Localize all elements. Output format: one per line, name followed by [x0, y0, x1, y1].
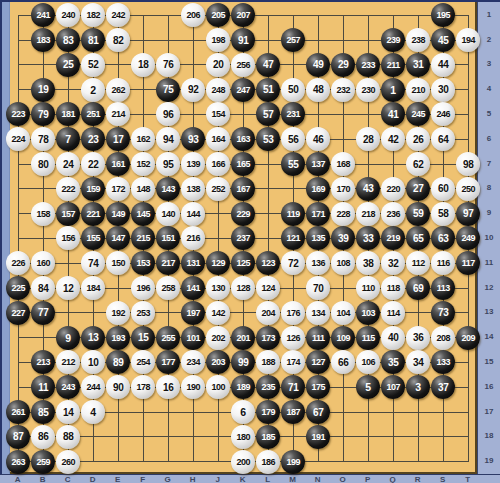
white-stone-18: 18: [131, 53, 155, 77]
move-number: 127: [312, 357, 325, 367]
black-stone-131: 131: [181, 251, 205, 275]
row-label: 8: [478, 184, 500, 192]
white-stone-202: 202: [206, 326, 230, 350]
column-label: T: [461, 476, 475, 483]
move-number: 58: [438, 208, 448, 219]
black-stone-85: 85: [31, 400, 55, 424]
move-number: 70: [313, 282, 323, 293]
black-stone-17: 17: [106, 127, 130, 151]
right-coordinate-strip: 12345678910111213141516171819: [477, 2, 500, 474]
move-number: 41: [388, 108, 398, 119]
black-stone-211: 211: [381, 53, 405, 77]
move-number: 225: [12, 283, 25, 293]
black-stone-197: 197: [181, 301, 205, 325]
black-stone-161: 161: [106, 152, 130, 176]
move-number: 231: [287, 109, 300, 119]
move-number: 73: [438, 307, 448, 318]
move-number: 65: [413, 232, 423, 243]
move-number: 2: [90, 83, 96, 95]
white-stone-72: 72: [281, 251, 305, 275]
white-stone-236: 236: [381, 202, 405, 226]
move-number: 165: [237, 159, 250, 169]
move-number: 211: [387, 59, 400, 69]
white-stone-186: 186: [256, 450, 280, 474]
move-number: 18: [138, 59, 148, 70]
white-stone-66: 66: [331, 350, 355, 374]
move-number: 195: [437, 10, 450, 20]
row-label: 12: [478, 284, 500, 292]
move-number: 29: [338, 59, 348, 70]
move-number: 250: [462, 183, 475, 193]
white-stone-58: 58: [431, 202, 455, 226]
column-label: Q: [386, 476, 400, 483]
move-number: 139: [187, 159, 200, 169]
move-number: 1: [390, 83, 396, 95]
move-number: 35: [388, 356, 398, 367]
move-number: 188: [262, 357, 275, 367]
black-stone-239: 239: [381, 28, 405, 52]
white-stone-139: 139: [181, 152, 205, 176]
move-number: 116: [437, 258, 450, 268]
black-stone-13: 13: [81, 326, 105, 350]
move-number: 53: [263, 133, 273, 144]
black-stone-75: 75: [156, 78, 180, 102]
black-stone-187: 187: [281, 400, 305, 424]
white-stone-226: 226: [6, 251, 30, 275]
move-number: 98: [463, 158, 473, 169]
black-stone-111: 111: [306, 326, 330, 350]
black-stone-67: 67: [306, 400, 330, 424]
move-number: 10: [88, 356, 98, 367]
white-stone-204: 204: [256, 301, 280, 325]
move-number: 82: [113, 34, 123, 45]
go-game-record-window: 12345678910111213141516171819 ABCDEFGHJK…: [0, 0, 500, 483]
white-stone-158: 158: [31, 202, 55, 226]
move-number: 201: [237, 332, 250, 342]
black-stone-263: 263: [6, 450, 30, 474]
move-number: 91: [238, 34, 248, 45]
white-stone-242: 242: [106, 3, 130, 27]
black-stone-51: 51: [256, 78, 280, 102]
column-label: N: [311, 476, 325, 483]
move-number: 184: [87, 283, 100, 293]
black-stone-59: 59: [406, 202, 430, 226]
move-number: 246: [437, 109, 450, 119]
move-number: 119: [287, 208, 300, 218]
black-stone-141: 141: [181, 276, 205, 300]
row-label: 16: [478, 383, 500, 391]
white-stone-214: 214: [106, 102, 130, 126]
white-stone-164: 164: [206, 127, 230, 151]
black-stone-227: 227: [6, 301, 30, 325]
black-stone-261: 261: [6, 400, 30, 424]
move-number: 252: [212, 183, 225, 193]
black-stone-29: 29: [331, 53, 355, 77]
move-number: 157: [62, 208, 75, 218]
move-number: 153: [137, 258, 150, 268]
move-number: 96: [163, 108, 173, 119]
black-stone-35: 35: [381, 350, 405, 374]
move-number: 87: [13, 431, 23, 442]
move-number: 64: [438, 133, 448, 144]
black-stone-145: 145: [131, 202, 155, 226]
column-label: K: [236, 476, 250, 483]
white-stone-253: 253: [131, 301, 155, 325]
move-number: 215: [137, 233, 150, 243]
move-number: 194: [462, 35, 475, 45]
move-number: 261: [12, 407, 25, 417]
black-stone-231: 231: [281, 102, 305, 126]
move-number: 163: [237, 134, 250, 144]
white-stone-254: 254: [131, 350, 155, 374]
black-stone-241: 241: [31, 3, 55, 27]
black-stone-113: 113: [431, 276, 455, 300]
black-stone-153: 153: [131, 251, 155, 275]
black-stone-177: 177: [156, 350, 180, 374]
white-stone-246: 246: [431, 102, 455, 126]
black-stone-157: 157: [56, 202, 80, 226]
move-number: 17: [113, 133, 123, 144]
white-stone-216: 216: [181, 226, 205, 250]
row-label: 1: [478, 11, 500, 19]
move-number: 79: [38, 108, 48, 119]
move-number: 167: [237, 183, 250, 193]
move-number: 255: [162, 332, 175, 342]
black-stone-207: 207: [231, 3, 255, 27]
white-stone-50: 50: [281, 78, 305, 102]
move-number: 9: [65, 331, 71, 343]
black-stone-91: 91: [231, 28, 255, 52]
move-number: 4: [90, 406, 96, 418]
move-number: 47: [263, 59, 273, 70]
white-stone-64: 64: [431, 127, 455, 151]
move-number: 93: [188, 133, 198, 144]
column-label: F: [136, 476, 150, 483]
column-label: J: [211, 476, 225, 483]
go-board[interactable]: 2412401822422062052071951838381821989125…: [10, 2, 477, 474]
move-number: 97: [463, 208, 473, 219]
move-number: 219: [387, 233, 400, 243]
black-stone-41: 41: [381, 102, 405, 126]
move-number: 239: [387, 35, 400, 45]
move-number: 78: [38, 133, 48, 144]
black-stone-81: 81: [81, 28, 105, 52]
black-stone-129: 129: [206, 251, 230, 275]
column-label: R: [411, 476, 425, 483]
white-stone-184: 184: [81, 276, 105, 300]
white-stone-96: 96: [156, 102, 180, 126]
move-number: 181: [62, 109, 75, 119]
black-stone-9: 9: [56, 326, 80, 350]
move-number: 135: [312, 233, 325, 243]
move-number: 149: [112, 208, 125, 218]
column-label: M: [286, 476, 300, 483]
white-stone-222: 222: [56, 177, 80, 201]
black-stone-5: 5: [356, 375, 380, 399]
move-number: 69: [413, 282, 423, 293]
black-stone-147: 147: [106, 226, 130, 250]
row-label: 6: [478, 135, 500, 143]
move-number: 6: [240, 406, 246, 418]
white-stone-140: 140: [156, 202, 180, 226]
move-number: 23: [88, 133, 98, 144]
black-stone-53: 53: [256, 127, 280, 151]
move-number: 178: [137, 382, 150, 392]
black-stone-189: 189: [231, 375, 255, 399]
move-number: 99: [238, 356, 248, 367]
white-stone-152: 152: [131, 152, 155, 176]
move-number: 168: [337, 159, 350, 169]
black-stone-215: 215: [131, 226, 155, 250]
move-number: 45: [438, 34, 448, 45]
move-number: 95: [163, 158, 173, 169]
black-stone-15: 15: [131, 326, 155, 350]
white-stone-118: 118: [381, 276, 405, 300]
move-number: 175: [312, 382, 325, 392]
black-stone-73: 73: [431, 301, 455, 325]
white-stone-168: 168: [331, 152, 355, 176]
move-number: 25: [63, 59, 73, 70]
move-number: 192: [112, 307, 125, 317]
move-number: 126: [287, 332, 300, 342]
move-number: 62: [413, 158, 423, 169]
move-number: 136: [312, 258, 325, 268]
move-number: 40: [388, 332, 398, 343]
black-stone-65: 65: [406, 226, 430, 250]
move-number: 204: [262, 307, 275, 317]
white-stone-4: 4: [81, 400, 105, 424]
column-label: L: [261, 476, 275, 483]
white-stone-224: 224: [6, 127, 30, 151]
move-number: 166: [212, 159, 225, 169]
black-stone-7: 7: [56, 127, 80, 151]
move-number: 11: [38, 381, 48, 392]
move-number: 140: [162, 208, 175, 218]
white-stone-100: 100: [206, 375, 230, 399]
move-number: 72: [288, 257, 298, 268]
move-number: 169: [312, 183, 325, 193]
move-number: 144: [187, 208, 200, 218]
move-number: 66: [338, 356, 348, 367]
black-stone-175: 175: [306, 375, 330, 399]
white-stone-24: 24: [56, 152, 80, 176]
move-number: 191: [312, 431, 325, 441]
move-number: 138: [187, 183, 200, 193]
move-number: 164: [212, 134, 225, 144]
white-stone-112: 112: [406, 251, 430, 275]
black-stone-97: 97: [456, 202, 480, 226]
move-number: 187: [287, 407, 300, 417]
black-stone-255: 255: [156, 326, 180, 350]
move-number: 77: [38, 307, 48, 318]
white-stone-166: 166: [206, 152, 230, 176]
move-number: 158: [37, 208, 50, 218]
move-number: 19: [38, 84, 48, 95]
black-stone-201: 201: [231, 326, 255, 350]
black-stone-55: 55: [281, 152, 305, 176]
white-stone-46: 46: [306, 127, 330, 151]
white-stone-22: 22: [81, 152, 105, 176]
row-label: 14: [478, 333, 500, 341]
move-number: 114: [387, 307, 400, 317]
white-stone-194: 194: [456, 28, 480, 52]
white-stone-74: 74: [81, 251, 105, 275]
move-number: 155: [87, 233, 100, 243]
white-stone-70: 70: [306, 276, 330, 300]
white-stone-52: 52: [81, 53, 105, 77]
move-number: 238: [412, 35, 425, 45]
move-number: 208: [437, 332, 450, 342]
move-number: 107: [387, 382, 400, 392]
move-number: 117: [462, 258, 475, 268]
move-number: 67: [313, 406, 323, 417]
black-stone-183: 183: [31, 28, 55, 52]
black-stone-221: 221: [81, 202, 105, 226]
black-stone-181: 181: [56, 102, 80, 126]
move-number: 229: [237, 208, 250, 218]
move-number: 148: [137, 183, 150, 193]
white-stone-12: 12: [56, 276, 80, 300]
black-stone-33: 33: [356, 226, 380, 250]
white-stone-160: 160: [31, 251, 55, 275]
black-stone-245: 245: [406, 102, 430, 126]
move-number: 161: [112, 159, 125, 169]
move-number: 196: [137, 283, 150, 293]
white-stone-34: 34: [406, 350, 430, 374]
white-stone-108: 108: [331, 251, 355, 275]
move-number: 108: [337, 258, 350, 268]
move-number: 27: [413, 183, 423, 194]
move-number: 100: [212, 382, 225, 392]
row-label: 2: [478, 36, 500, 44]
black-stone-195: 195: [431, 3, 455, 27]
move-number: 59: [413, 208, 423, 219]
black-stone-257: 257: [281, 28, 305, 52]
move-number: 111: [312, 332, 324, 342]
black-stone-213: 213: [31, 350, 55, 374]
move-number: 210: [412, 84, 425, 94]
move-number: 241: [37, 10, 50, 20]
white-stone-40: 40: [381, 326, 405, 350]
move-number: 224: [12, 134, 25, 144]
move-number: 134: [312, 307, 325, 317]
white-stone-92: 92: [181, 78, 205, 102]
black-stone-237: 237: [231, 226, 255, 250]
move-number: 83: [63, 34, 73, 45]
move-number: 227: [12, 307, 25, 317]
move-number: 258: [162, 283, 175, 293]
black-stone-117: 117: [456, 251, 480, 275]
move-number: 12: [63, 282, 73, 293]
white-stone-26: 26: [406, 127, 430, 151]
black-stone-235: 235: [256, 375, 280, 399]
black-stone-249: 249: [456, 226, 480, 250]
row-label: 11: [478, 259, 500, 267]
white-stone-80: 80: [31, 152, 55, 176]
white-stone-212: 212: [56, 350, 80, 374]
bottom-coordinate-strip: ABCDEFGHJKLMNOPQRST: [0, 474, 500, 483]
move-number: 85: [38, 406, 48, 417]
move-number: 44: [438, 59, 448, 70]
black-stone-229: 229: [231, 202, 255, 226]
move-number: 92: [188, 84, 198, 95]
black-stone-37: 37: [431, 375, 455, 399]
white-stone-200: 200: [231, 450, 255, 474]
move-number: 170: [337, 183, 350, 193]
white-stone-144: 144: [181, 202, 205, 226]
black-stone-203: 203: [206, 350, 230, 374]
black-stone-87: 87: [6, 425, 30, 449]
move-number: 221: [87, 208, 100, 218]
white-stone-258: 258: [156, 276, 180, 300]
move-number: 233: [362, 59, 375, 69]
black-stone-225: 225: [6, 276, 30, 300]
move-number: 236: [387, 208, 400, 218]
black-stone-27: 27: [406, 177, 430, 201]
black-stone-127: 127: [306, 350, 330, 374]
move-number: 218: [362, 208, 375, 218]
white-stone-208: 208: [431, 326, 455, 350]
white-stone-88: 88: [56, 425, 80, 449]
row-label: 18: [478, 432, 500, 440]
move-number: 150: [112, 258, 125, 268]
move-number: 94: [163, 133, 173, 144]
white-stone-106: 106: [356, 350, 380, 374]
move-number: 110: [362, 283, 375, 293]
black-stone-143: 143: [156, 177, 180, 201]
column-label: H: [186, 476, 200, 483]
move-number: 55: [288, 158, 298, 169]
black-stone-125: 125: [231, 251, 255, 275]
move-number: 36: [413, 332, 423, 343]
move-number: 209: [462, 332, 475, 342]
column-label: G: [161, 476, 175, 483]
move-number: 34: [413, 356, 423, 367]
move-number: 180: [237, 431, 250, 441]
black-stone-247: 247: [231, 78, 255, 102]
black-stone-19: 19: [31, 78, 55, 102]
row-label: 13: [478, 308, 500, 316]
move-number: 89: [113, 356, 123, 367]
move-number: 253: [137, 307, 150, 317]
move-number: 109: [337, 332, 350, 342]
black-stone-151: 151: [156, 226, 180, 250]
black-stone-191: 191: [306, 425, 330, 449]
move-number: 176: [287, 307, 300, 317]
move-number: 247: [237, 84, 250, 94]
move-number: 222: [62, 183, 75, 193]
white-stone-176: 176: [281, 301, 305, 325]
move-number: 244: [87, 382, 100, 392]
move-number: 49: [313, 59, 323, 70]
move-number: 248: [212, 84, 225, 94]
column-label: P: [361, 476, 375, 483]
move-number: 190: [187, 382, 200, 392]
move-number: 137: [312, 159, 325, 169]
move-number: 50: [288, 84, 298, 95]
black-stone-219: 219: [381, 226, 405, 250]
move-number: 26: [413, 133, 423, 144]
move-number: 15: [138, 332, 148, 343]
white-stone-98: 98: [456, 152, 480, 176]
move-number: 240: [62, 10, 75, 20]
row-label: 3: [478, 60, 500, 68]
move-number: 86: [38, 431, 48, 442]
white-stone-218: 218: [356, 202, 380, 226]
white-stone-138: 138: [181, 177, 205, 201]
move-number: 75: [163, 84, 173, 95]
move-number: 28: [363, 133, 373, 144]
